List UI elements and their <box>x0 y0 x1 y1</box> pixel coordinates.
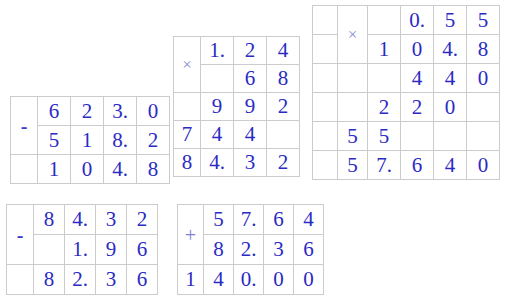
grid-cell: 4. <box>104 155 137 184</box>
grid-cell: 2 <box>368 93 401 122</box>
grid-cell <box>313 122 338 151</box>
grid-cell: 7 <box>174 121 201 149</box>
grid-cell <box>313 93 338 122</box>
grid-cell: 8. <box>104 126 137 155</box>
grid-cell <box>313 151 338 180</box>
grid-cell: 5 <box>338 122 368 151</box>
grid-cell: 4. <box>201 149 234 177</box>
grid-cell: 5 <box>338 151 368 180</box>
grid-cell <box>313 6 338 35</box>
grid-cell: 6 <box>401 151 434 180</box>
grid-cell <box>467 93 500 122</box>
grid-cell: 0 <box>434 93 467 122</box>
grid-cell <box>338 64 368 93</box>
grid-cell: 2 <box>127 205 158 235</box>
grid-cell: 2 <box>137 126 170 155</box>
times-operator-cell: × <box>338 6 368 64</box>
grid-cell: 6 <box>127 235 158 265</box>
grid-cell: 2. <box>234 235 264 265</box>
grid-cell: 9 <box>96 235 127 265</box>
grid-cell: 2 <box>267 93 300 121</box>
grid-cell <box>368 6 401 35</box>
grid-cell: 7. <box>234 205 264 235</box>
multiplication-table-1: × 1. 2 4 6 8 9 9 2 7 4 4 8 4. 3 2 <box>173 36 300 177</box>
grid-cell: 1 <box>368 35 401 64</box>
grid-cell: 8 <box>204 235 234 265</box>
grid-cell: 1 <box>71 126 104 155</box>
addition-table: + 5 7. 6 4 8 2. 3 6 1 4 0. 0 0 <box>177 204 324 295</box>
times-operator-cell: × <box>174 37 201 93</box>
grid-cell: 8 <box>34 265 65 295</box>
grid-cell: 5 <box>434 6 467 35</box>
grid-cell: 5 <box>38 126 71 155</box>
grid-cell: 4 <box>234 121 267 149</box>
multiplication-table-2: × 0. 5 5 1 0 4. 8 4 4 0 2 2 0 <box>312 5 500 180</box>
worksheet-canvas: - 6 2 3. 0 5 1 8. 2 1 0 4. 8 × 1. 2 4 <box>0 0 507 299</box>
grid-cell <box>313 35 338 64</box>
grid-cell <box>368 64 401 93</box>
grid-cell: 8 <box>34 205 65 235</box>
plus-operator-cell: + <box>178 205 204 265</box>
grid-cell <box>11 155 38 184</box>
subtraction-table-1: - 6 2 3. 0 5 1 8. 2 1 0 4. 8 <box>10 96 170 184</box>
grid-cell: 4 <box>201 121 234 149</box>
grid-cell <box>401 122 434 151</box>
grid-cell: 6 <box>38 97 71 126</box>
grid-cell: 4 <box>434 151 467 180</box>
grid-cell: 5 <box>368 122 401 151</box>
grid-cell: 3 <box>234 149 267 177</box>
grid-cell <box>267 121 300 149</box>
grid-cell: 2 <box>234 37 267 65</box>
grid-cell: 4. <box>434 35 467 64</box>
grid-cell: 2 <box>71 97 104 126</box>
grid-cell: 2 <box>267 149 300 177</box>
grid-cell: 3 <box>96 265 127 295</box>
grid-cell: 0. <box>234 265 264 295</box>
grid-cell <box>201 65 234 93</box>
grid-cell: 8 <box>137 155 170 184</box>
grid-cell: 0 <box>137 97 170 126</box>
grid-cell: 9 <box>201 93 234 121</box>
grid-cell: 3 <box>96 205 127 235</box>
grid-cell: 1 <box>38 155 71 184</box>
grid-cell: 1. <box>65 235 96 265</box>
grid-cell: 4 <box>401 64 434 93</box>
grid-cell: 1 <box>178 265 204 295</box>
grid-cell <box>7 265 34 295</box>
grid-cell: 0 <box>467 64 500 93</box>
grid-cell <box>313 64 338 93</box>
minus-operator-cell: - <box>7 205 34 265</box>
grid-cell: 6 <box>294 235 324 265</box>
minus-operator-cell: - <box>11 97 38 155</box>
grid-cell: 0 <box>294 265 324 295</box>
grid-cell: 3 <box>264 235 294 265</box>
grid-cell <box>34 235 65 265</box>
grid-cell: 4 <box>434 64 467 93</box>
grid-cell: 0 <box>467 151 500 180</box>
grid-cell: 8 <box>174 149 201 177</box>
grid-cell <box>174 93 201 121</box>
grid-cell: 6 <box>127 265 158 295</box>
grid-cell <box>434 122 467 151</box>
grid-cell: 6 <box>234 65 267 93</box>
grid-cell: 2 <box>401 93 434 122</box>
grid-cell <box>467 122 500 151</box>
grid-cell: 9 <box>234 93 267 121</box>
grid-cell <box>338 93 368 122</box>
grid-cell: 4 <box>204 265 234 295</box>
grid-cell: 3. <box>104 97 137 126</box>
grid-cell: 4 <box>294 205 324 235</box>
grid-cell: 8 <box>467 35 500 64</box>
grid-cell: 5 <box>467 6 500 35</box>
grid-cell: 0 <box>401 35 434 64</box>
subtraction-table-2: - 8 4. 3 2 1. 9 6 8 2. 3 6 <box>6 204 158 295</box>
grid-cell: 6 <box>264 205 294 235</box>
grid-cell: 4. <box>65 205 96 235</box>
grid-cell: 8 <box>267 65 300 93</box>
grid-cell: 0. <box>401 6 434 35</box>
grid-cell: 7. <box>368 151 401 180</box>
grid-cell: 0 <box>264 265 294 295</box>
grid-cell: 0 <box>71 155 104 184</box>
grid-cell: 4 <box>267 37 300 65</box>
grid-cell: 1. <box>201 37 234 65</box>
grid-cell: 5 <box>204 205 234 235</box>
grid-cell: 2. <box>65 265 96 295</box>
